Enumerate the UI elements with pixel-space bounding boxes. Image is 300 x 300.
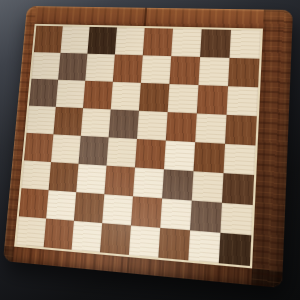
square-c6[interactable] xyxy=(83,81,113,110)
square-a1[interactable] xyxy=(16,216,46,247)
square-d7[interactable] xyxy=(113,54,143,82)
square-a8[interactable] xyxy=(34,26,63,53)
square-f7[interactable] xyxy=(169,56,200,85)
square-b4[interactable] xyxy=(51,134,81,164)
square-a4[interactable] xyxy=(24,133,53,162)
square-e3[interactable] xyxy=(133,167,164,198)
square-h7[interactable] xyxy=(228,58,259,87)
square-f3[interactable] xyxy=(162,169,193,200)
square-f5[interactable] xyxy=(166,112,197,142)
square-b3[interactable] xyxy=(49,162,79,192)
square-g8[interactable] xyxy=(200,29,231,58)
square-f6[interactable] xyxy=(168,84,199,113)
square-f1[interactable] xyxy=(158,228,190,261)
square-g3[interactable] xyxy=(192,171,224,203)
square-h4[interactable] xyxy=(224,144,256,175)
square-h2[interactable] xyxy=(220,203,252,236)
square-d5[interactable] xyxy=(109,109,139,139)
square-a5[interactable] xyxy=(27,106,56,135)
square-g7[interactable] xyxy=(198,57,229,86)
square-d1[interactable] xyxy=(100,223,131,255)
square-d8[interactable] xyxy=(115,27,145,55)
square-c4[interactable] xyxy=(79,136,109,166)
square-a2[interactable] xyxy=(19,188,49,218)
square-c5[interactable] xyxy=(81,108,111,137)
square-e8[interactable] xyxy=(143,28,173,56)
square-f2[interactable] xyxy=(160,198,192,230)
square-e4[interactable] xyxy=(135,139,166,169)
square-e2[interactable] xyxy=(131,196,162,228)
hinge-seam-top xyxy=(144,8,147,26)
photo-background xyxy=(0,0,300,300)
square-c1[interactable] xyxy=(72,221,103,253)
square-d4[interactable] xyxy=(107,137,137,167)
square-c7[interactable] xyxy=(85,54,115,82)
square-c2[interactable] xyxy=(74,192,104,223)
square-b1[interactable] xyxy=(44,219,74,250)
square-e7[interactable] xyxy=(141,55,171,84)
chess-board xyxy=(3,6,293,288)
square-h8[interactable] xyxy=(230,30,261,59)
square-f4[interactable] xyxy=(164,141,195,172)
square-g4[interactable] xyxy=(193,142,225,173)
square-d2[interactable] xyxy=(102,194,133,225)
square-d3[interactable] xyxy=(104,166,135,197)
square-c8[interactable] xyxy=(87,27,116,55)
square-a3[interactable] xyxy=(21,160,51,190)
square-e1[interactable] xyxy=(129,225,160,257)
square-b5[interactable] xyxy=(53,107,83,136)
square-b6[interactable] xyxy=(56,80,85,108)
square-b2[interactable] xyxy=(46,190,76,221)
square-h6[interactable] xyxy=(227,86,259,116)
hinge-seam-bottom xyxy=(127,257,130,273)
square-b8[interactable] xyxy=(60,26,89,53)
square-c3[interactable] xyxy=(76,164,106,194)
square-g5[interactable] xyxy=(195,113,226,143)
square-h5[interactable] xyxy=(225,115,257,146)
square-a6[interactable] xyxy=(29,79,58,107)
square-g6[interactable] xyxy=(197,85,228,115)
maple-inlay-border xyxy=(14,24,263,269)
square-h1[interactable] xyxy=(219,233,252,266)
square-b7[interactable] xyxy=(58,53,87,81)
board-squares xyxy=(16,26,261,266)
square-f8[interactable] xyxy=(171,29,202,57)
square-a7[interactable] xyxy=(31,52,60,80)
square-d6[interactable] xyxy=(111,82,141,111)
square-e6[interactable] xyxy=(139,83,169,112)
square-g2[interactable] xyxy=(190,201,222,233)
square-g1[interactable] xyxy=(188,230,220,263)
square-h3[interactable] xyxy=(222,173,254,205)
square-e5[interactable] xyxy=(137,111,168,141)
